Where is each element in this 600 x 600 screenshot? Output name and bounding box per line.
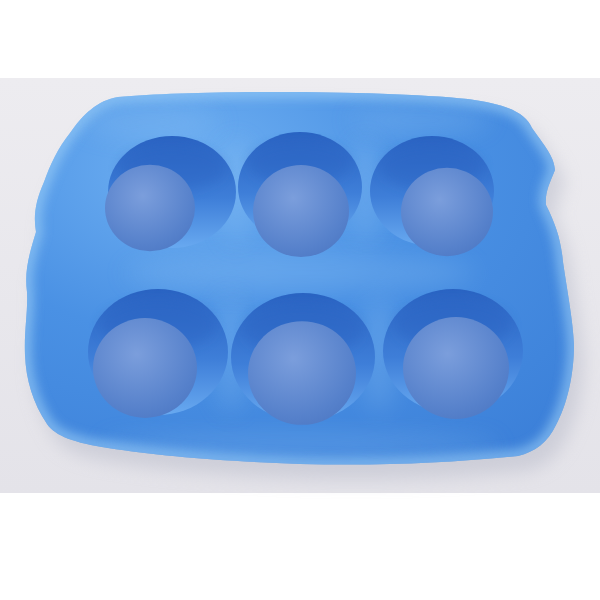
- cup-bottom: [93, 318, 197, 418]
- ridge-highlight: [125, 255, 475, 291]
- cup-bottom: [105, 165, 195, 251]
- product-photo: [0, 0, 600, 600]
- ridge-highlight: [350, 107, 490, 133]
- cup-bottom: [253, 165, 349, 257]
- ridge-highlight: [100, 434, 500, 456]
- cup-bottom: [401, 168, 493, 256]
- muffin-mold-photo: [0, 0, 600, 600]
- cup-bottom: [403, 317, 509, 419]
- cup-bottom: [248, 321, 356, 425]
- ridge-highlight: [80, 108, 220, 136]
